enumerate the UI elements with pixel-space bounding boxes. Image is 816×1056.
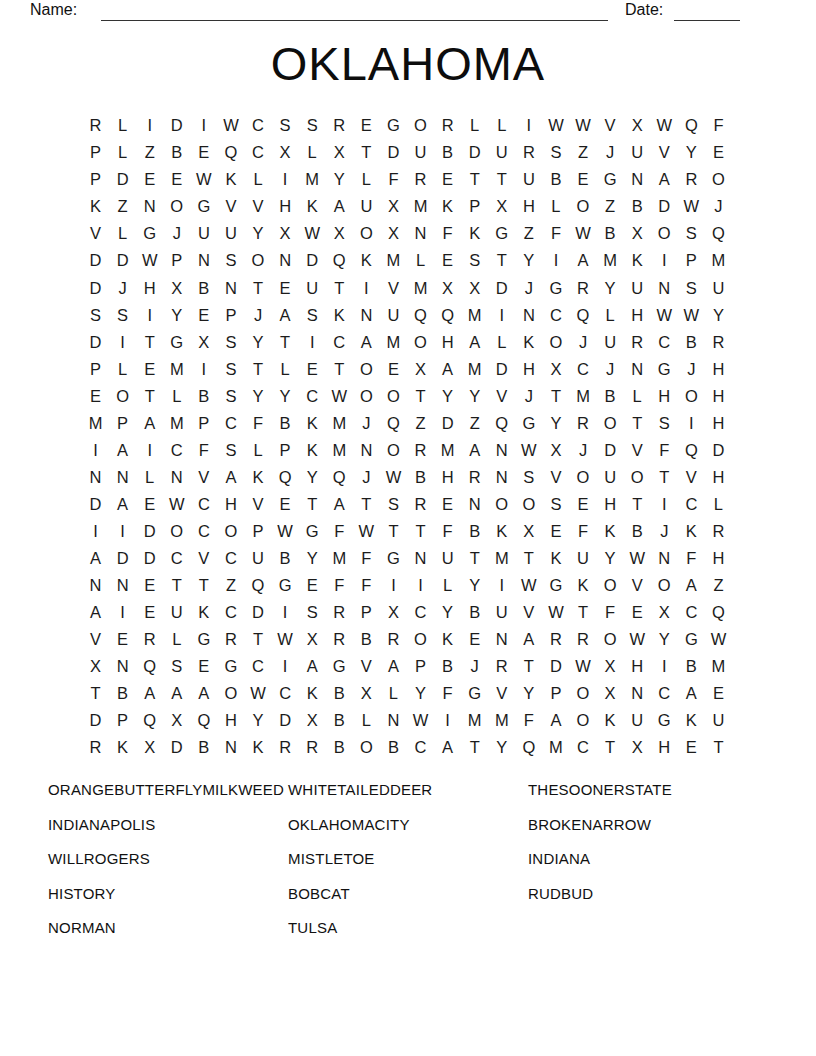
grid-cell: W xyxy=(217,112,244,139)
grid-cell: D xyxy=(597,436,624,463)
grid-cell: H xyxy=(136,274,163,301)
grid-cell: T xyxy=(82,680,109,707)
grid-cell: G xyxy=(542,572,569,599)
grid-cell: U xyxy=(488,599,515,626)
grid-cell: A xyxy=(109,436,136,463)
grid-cell: B xyxy=(163,139,190,166)
grid-cell: D xyxy=(82,274,109,301)
grid-cell: G xyxy=(136,220,163,247)
grid-cell: Q xyxy=(488,409,515,436)
grid-cell: F xyxy=(515,707,542,734)
grid-cell: W xyxy=(570,220,597,247)
grid-cell: T xyxy=(461,166,488,193)
grid-cell: N xyxy=(407,220,434,247)
grid-cell: H xyxy=(705,545,732,572)
grid-cell: U xyxy=(624,274,651,301)
grid-cell: T xyxy=(245,355,272,382)
grid-cell: U xyxy=(190,220,217,247)
grid-cell: Y xyxy=(245,382,272,409)
grid-cell: R xyxy=(705,518,732,545)
grid-cell: F xyxy=(434,680,461,707)
grid-cell: V xyxy=(515,599,542,626)
grid-cell: A xyxy=(190,680,217,707)
grid-cell: P xyxy=(272,436,299,463)
grid-cell: N xyxy=(461,491,488,518)
grid-cell: Y xyxy=(299,545,326,572)
grid-cell: X xyxy=(624,734,651,761)
grid-cell: Y xyxy=(678,139,705,166)
grid-cell: X xyxy=(82,653,109,680)
grid-cell: B xyxy=(597,382,624,409)
grid-cell: H xyxy=(705,382,732,409)
grid-cell: Z xyxy=(515,220,542,247)
grid-cell: W xyxy=(678,301,705,328)
grid-cell: L xyxy=(245,166,272,193)
grid-cell: V xyxy=(624,436,651,463)
word-list-item: INDIANAPOLIS xyxy=(48,816,288,851)
grid-cell: X xyxy=(380,599,407,626)
grid-cell: N xyxy=(651,274,678,301)
grid-cell: Z xyxy=(407,409,434,436)
grid-cell: C xyxy=(245,139,272,166)
grid-cell: O xyxy=(488,491,515,518)
grid-cell: B xyxy=(542,166,569,193)
grid-cell: B xyxy=(461,518,488,545)
grid-cell: X xyxy=(651,599,678,626)
grid-cell: F xyxy=(434,518,461,545)
grid-cell: H xyxy=(434,328,461,355)
grid-cell: T xyxy=(651,464,678,491)
grid-cell: L xyxy=(461,112,488,139)
grid-cell: A xyxy=(217,464,244,491)
grid-cell: N xyxy=(380,707,407,734)
grid-cell: E xyxy=(705,139,732,166)
grid-cell: P xyxy=(82,139,109,166)
grid-cell: J xyxy=(570,328,597,355)
grid-cell: R xyxy=(380,626,407,653)
grid-cell: C xyxy=(407,599,434,626)
grid-cell: M xyxy=(163,409,190,436)
grid-cell: P xyxy=(461,193,488,220)
grid-cell: O xyxy=(570,193,597,220)
grid-cell: K xyxy=(678,518,705,545)
grid-cell: I xyxy=(272,599,299,626)
grid-cell: Q xyxy=(515,734,542,761)
word-list-item: TULSA xyxy=(288,919,528,954)
grid-cell: A xyxy=(272,301,299,328)
grid-cell: S xyxy=(515,464,542,491)
date-label: Date: xyxy=(625,1,663,19)
grid-cell: N xyxy=(488,436,515,463)
grid-cell: A xyxy=(82,545,109,572)
grid-cell: C xyxy=(217,599,244,626)
grid-cell: O xyxy=(163,193,190,220)
grid-cell: T xyxy=(245,274,272,301)
grid-cell: C xyxy=(678,599,705,626)
grid-cell: U xyxy=(488,139,515,166)
grid-cell: H xyxy=(515,355,542,382)
grid-cell: W xyxy=(299,220,326,247)
grid-cell: Q xyxy=(190,707,217,734)
grid-cell: Q xyxy=(272,464,299,491)
grid-cell: E xyxy=(380,355,407,382)
grid-cell: R xyxy=(461,464,488,491)
grid-cell: T xyxy=(488,166,515,193)
grid-cell: V xyxy=(217,193,244,220)
grid-cell: X xyxy=(163,274,190,301)
word-list-item: WILLROGERS xyxy=(48,850,288,885)
grid-cell: R xyxy=(82,734,109,761)
grid-cell: K xyxy=(597,707,624,734)
grid-cell: L xyxy=(542,193,569,220)
grid-cell: W xyxy=(570,653,597,680)
grid-cell: S xyxy=(82,301,109,328)
grid-cell: W xyxy=(515,572,542,599)
grid-cell: M xyxy=(326,436,353,463)
grid-cell: W xyxy=(163,491,190,518)
grid-cell: U xyxy=(299,274,326,301)
grid-cell: E xyxy=(272,491,299,518)
grid-cell: X xyxy=(299,626,326,653)
grid-cell: A xyxy=(678,680,705,707)
grid-cell: X xyxy=(461,274,488,301)
grid-cell: J xyxy=(245,301,272,328)
grid-cell: G xyxy=(163,328,190,355)
grid-cell: W xyxy=(705,626,732,653)
grid-cell: S xyxy=(651,409,678,436)
grid-cell: X xyxy=(597,680,624,707)
grid-cell: O xyxy=(515,491,542,518)
grid-cell: O xyxy=(353,220,380,247)
grid-cell: O xyxy=(245,247,272,274)
grid-cell: C xyxy=(651,328,678,355)
grid-cell: T xyxy=(624,491,651,518)
grid-cell: D xyxy=(488,355,515,382)
grid-cell: S xyxy=(678,220,705,247)
grid-cell: V xyxy=(82,626,109,653)
grid-cell: O xyxy=(380,382,407,409)
grid-cell: E xyxy=(678,734,705,761)
grid-cell: A xyxy=(434,734,461,761)
grid-cell: D xyxy=(461,139,488,166)
grid-cell: G xyxy=(488,220,515,247)
grid-cell: D xyxy=(705,436,732,463)
page-title: OKLAHOMA xyxy=(0,36,816,91)
grid-cell: Y xyxy=(597,274,624,301)
grid-cell: S xyxy=(299,599,326,626)
grid-cell: J xyxy=(515,382,542,409)
grid-cell: E xyxy=(136,599,163,626)
grid-cell: I xyxy=(109,328,136,355)
grid-cell: B xyxy=(407,464,434,491)
grid-cell: X xyxy=(299,707,326,734)
grid-cell: U xyxy=(624,139,651,166)
grid-cell: N xyxy=(136,193,163,220)
grid-cell: K xyxy=(82,193,109,220)
grid-cell: R xyxy=(488,653,515,680)
grid-cell: A xyxy=(461,328,488,355)
grid-cell: S xyxy=(380,491,407,518)
grid-cell: V xyxy=(190,545,217,572)
grid-cell: B xyxy=(461,599,488,626)
grid-cell: G xyxy=(542,274,569,301)
grid-cell: O xyxy=(163,518,190,545)
grid-cell: K xyxy=(217,166,244,193)
grid-cell: N xyxy=(190,247,217,274)
grid-cell: I xyxy=(190,112,217,139)
grid-cell: A xyxy=(515,626,542,653)
grid-cell: K xyxy=(299,680,326,707)
grid-cell: Q xyxy=(434,301,461,328)
grid-cell: Q xyxy=(136,707,163,734)
grid-cell: T xyxy=(515,653,542,680)
grid-cell: J xyxy=(678,355,705,382)
date-blank-line xyxy=(674,20,740,21)
grid-cell: I xyxy=(136,301,163,328)
grid-cell: H xyxy=(272,193,299,220)
grid-cell: B xyxy=(434,139,461,166)
grid-cell: V xyxy=(82,220,109,247)
grid-cell: I xyxy=(678,409,705,436)
grid-cell: S xyxy=(217,247,244,274)
grid-cell: A xyxy=(326,491,353,518)
grid-cell: G xyxy=(678,626,705,653)
word-list-item: MISTLETOE xyxy=(288,850,528,885)
grid-cell: O xyxy=(624,464,651,491)
grid-cell: A xyxy=(651,166,678,193)
grid-cell: U xyxy=(597,464,624,491)
grid-cell: K xyxy=(570,572,597,599)
grid-cell: D xyxy=(109,545,136,572)
grid-cell: M xyxy=(434,436,461,463)
grid-cell: S xyxy=(217,436,244,463)
grid-cell: I xyxy=(109,518,136,545)
grid-cell: Q xyxy=(705,599,732,626)
grid-cell: C xyxy=(678,491,705,518)
grid-cell: M xyxy=(542,734,569,761)
grid-cell: Q xyxy=(245,572,272,599)
grid-cell: E xyxy=(705,680,732,707)
grid-cell: H xyxy=(597,491,624,518)
word-list-item: THESOONERSTATE xyxy=(528,781,768,816)
grid-cell: C xyxy=(326,328,353,355)
grid-cell: U xyxy=(705,707,732,734)
grid-cell: T xyxy=(163,572,190,599)
grid-cell: D xyxy=(488,274,515,301)
grid-cell: Y xyxy=(434,599,461,626)
grid-cell: X xyxy=(597,653,624,680)
grid-cell: D xyxy=(542,653,569,680)
grid-cell: V xyxy=(245,491,272,518)
grid-cell: B xyxy=(272,409,299,436)
grid-cell: J xyxy=(597,139,624,166)
grid-cell: F xyxy=(705,112,732,139)
grid-cell: M xyxy=(705,247,732,274)
grid-cell: O xyxy=(542,328,569,355)
grid-cell: A xyxy=(109,491,136,518)
grid-cell: X xyxy=(434,274,461,301)
grid-cell: L xyxy=(705,491,732,518)
grid-cell: Q xyxy=(326,247,353,274)
grid-cell: P xyxy=(109,707,136,734)
word-list-item: RUDBUD xyxy=(528,885,768,920)
grid-cell: G xyxy=(272,572,299,599)
grid-cell: P xyxy=(217,301,244,328)
grid-cell: T xyxy=(136,328,163,355)
grid-cell: L xyxy=(380,680,407,707)
grid-cell: X xyxy=(353,680,380,707)
grid-cell: X xyxy=(163,707,190,734)
grid-cell: D xyxy=(82,328,109,355)
word-list-item: OKLAHOMACITY xyxy=(288,816,528,851)
grid-cell: Q xyxy=(136,653,163,680)
grid-cell: C xyxy=(651,680,678,707)
grid-cell: T xyxy=(461,734,488,761)
grid-cell: W xyxy=(272,518,299,545)
grid-cell: Q xyxy=(678,112,705,139)
grid-cell: B xyxy=(624,193,651,220)
grid-cell: L xyxy=(163,626,190,653)
grid-cell: R xyxy=(434,112,461,139)
grid-cell: F xyxy=(542,220,569,247)
grid-cell: E xyxy=(624,599,651,626)
grid-cell: L xyxy=(272,355,299,382)
grid-cell: C xyxy=(542,301,569,328)
grid-cell: Q xyxy=(380,409,407,436)
grid-cell: J xyxy=(163,220,190,247)
grid-cell: U xyxy=(597,328,624,355)
grid-cell: L xyxy=(163,382,190,409)
grid-cell: Y xyxy=(326,166,353,193)
grid-cell: I xyxy=(380,572,407,599)
grid-cell: S xyxy=(299,301,326,328)
grid-cell: B xyxy=(326,707,353,734)
grid-cell: H xyxy=(705,409,732,436)
grid-cell: N xyxy=(624,166,651,193)
grid-cell: Y xyxy=(245,220,272,247)
grid-cell: P xyxy=(109,409,136,436)
grid-cell: M xyxy=(299,166,326,193)
grid-cell: J xyxy=(597,355,624,382)
grid-cell: V xyxy=(488,382,515,409)
grid-cell: J xyxy=(515,274,542,301)
grid-cell: P xyxy=(245,518,272,545)
grid-cell: L xyxy=(109,112,136,139)
grid-cell: M xyxy=(570,382,597,409)
grid-cell: K xyxy=(624,247,651,274)
grid-cell: A xyxy=(434,355,461,382)
word-list-column: WHITETAILEDDEEROKLAHOMACITYMISTLETOEBOBC… xyxy=(288,781,528,954)
grid-cell: M xyxy=(488,707,515,734)
grid-cell: A xyxy=(570,247,597,274)
grid-cell: Y xyxy=(272,382,299,409)
grid-cell: T xyxy=(190,572,217,599)
grid-cell: H xyxy=(624,301,651,328)
grid-cell: K xyxy=(515,328,542,355)
grid-cell: K xyxy=(299,436,326,463)
grid-cell: P xyxy=(407,653,434,680)
grid-cell: E xyxy=(570,166,597,193)
grid-cell: F xyxy=(570,518,597,545)
grid-cell: N xyxy=(515,301,542,328)
grid-cell: T xyxy=(326,355,353,382)
grid-cell: M xyxy=(380,247,407,274)
grid-cell: H xyxy=(651,734,678,761)
grid-cell: E xyxy=(570,491,597,518)
grid-cell: W xyxy=(245,680,272,707)
grid-cell: I xyxy=(651,247,678,274)
grid-cell: W xyxy=(651,301,678,328)
grid-cell: O xyxy=(678,382,705,409)
grid-cell: B xyxy=(190,734,217,761)
grid-cell: Z xyxy=(136,139,163,166)
grid-cell: C xyxy=(163,436,190,463)
grid-cell: B xyxy=(109,680,136,707)
word-list-item: BROKENARROW xyxy=(528,816,768,851)
grid-cell: U xyxy=(217,220,244,247)
grid-cell: F xyxy=(190,436,217,463)
grid-cell: Y xyxy=(515,680,542,707)
name-blank-line xyxy=(101,20,608,21)
grid-cell: L xyxy=(353,707,380,734)
grid-cell: U xyxy=(163,599,190,626)
grid-cell: T xyxy=(624,409,651,436)
grid-cell: Q xyxy=(217,139,244,166)
grid-cell: N xyxy=(109,464,136,491)
grid-cell: M xyxy=(163,355,190,382)
grid-cell: B xyxy=(190,382,217,409)
grid-cell: A xyxy=(136,680,163,707)
grid-cell: O xyxy=(353,734,380,761)
grid-cell: L xyxy=(109,139,136,166)
grid-cell: U xyxy=(380,301,407,328)
grid-cell: P xyxy=(542,680,569,707)
grid-cell: E xyxy=(434,166,461,193)
grid-cell: E xyxy=(542,518,569,545)
grid-cell: I xyxy=(299,328,326,355)
grid-cell: W xyxy=(380,464,407,491)
grid-cell: H xyxy=(624,653,651,680)
grid-cell: L xyxy=(407,247,434,274)
grid-cell: C xyxy=(407,734,434,761)
grid-cell: R xyxy=(570,626,597,653)
grid-cell: B xyxy=(353,626,380,653)
grid-cell: N xyxy=(407,545,434,572)
grid-cell: T xyxy=(245,626,272,653)
grid-cell: B xyxy=(380,734,407,761)
grid-cell: X xyxy=(326,220,353,247)
grid-cell: T xyxy=(597,734,624,761)
grid-cell: K xyxy=(245,464,272,491)
grid-cell: R xyxy=(82,112,109,139)
grid-cell: O xyxy=(407,112,434,139)
grid-cell: T xyxy=(461,545,488,572)
grid-cell: U xyxy=(245,545,272,572)
grid-cell: P xyxy=(190,409,217,436)
grid-cell: N xyxy=(624,355,651,382)
grid-cell: A xyxy=(678,572,705,599)
grid-cell: D xyxy=(109,166,136,193)
grid-cell: K xyxy=(299,409,326,436)
grid-cell: V xyxy=(542,464,569,491)
grid-cell: A xyxy=(326,193,353,220)
grid-cell: I xyxy=(82,518,109,545)
grid-cell: R xyxy=(299,734,326,761)
grid-cell: D xyxy=(380,139,407,166)
word-list-item: HISTORY xyxy=(48,885,288,920)
grid-cell: R xyxy=(326,112,353,139)
grid-cell: S xyxy=(217,328,244,355)
